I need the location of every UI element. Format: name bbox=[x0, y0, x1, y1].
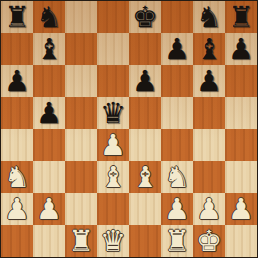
square-d8[interactable] bbox=[97, 1, 129, 33]
piece-white-rook[interactable]: ♜ bbox=[164, 225, 190, 257]
square-h5[interactable] bbox=[225, 97, 257, 129]
square-c8[interactable] bbox=[65, 1, 97, 33]
chessboard-frame: ♜♞♚♞♜♝♟♝♟♟♟♟♟♛♟♞♝♝♞♟♟♟♟♟♜♛♜♚ bbox=[0, 0, 258, 258]
square-g2[interactable]: ♟ bbox=[193, 193, 225, 225]
square-f1[interactable]: ♜ bbox=[161, 225, 193, 257]
piece-black-rook[interactable]: ♜ bbox=[228, 1, 254, 33]
square-d1[interactable]: ♛ bbox=[97, 225, 129, 257]
square-c5[interactable] bbox=[65, 97, 97, 129]
square-c3[interactable] bbox=[65, 161, 97, 193]
piece-white-pawn[interactable]: ♟ bbox=[196, 193, 222, 225]
piece-white-bishop[interactable]: ♝ bbox=[100, 161, 126, 193]
piece-white-pawn[interactable]: ♟ bbox=[4, 193, 30, 225]
square-b8[interactable]: ♞ bbox=[33, 1, 65, 33]
square-g4[interactable] bbox=[193, 129, 225, 161]
piece-black-bishop[interactable]: ♝ bbox=[36, 33, 62, 65]
piece-black-pawn[interactable]: ♟ bbox=[4, 65, 30, 97]
piece-black-pawn[interactable]: ♟ bbox=[196, 65, 222, 97]
square-c1[interactable]: ♜ bbox=[65, 225, 97, 257]
piece-white-knight[interactable]: ♞ bbox=[4, 161, 30, 193]
square-g8[interactable]: ♞ bbox=[193, 1, 225, 33]
square-h4[interactable] bbox=[225, 129, 257, 161]
square-c7[interactable] bbox=[65, 33, 97, 65]
square-a7[interactable] bbox=[1, 33, 33, 65]
square-b6[interactable] bbox=[33, 65, 65, 97]
piece-black-pawn[interactable]: ♟ bbox=[228, 33, 254, 65]
piece-black-queen[interactable]: ♛ bbox=[100, 97, 126, 129]
square-h2[interactable]: ♟ bbox=[225, 193, 257, 225]
piece-black-pawn[interactable]: ♟ bbox=[164, 33, 190, 65]
square-f3[interactable]: ♞ bbox=[161, 161, 193, 193]
piece-black-king[interactable]: ♚ bbox=[132, 1, 158, 33]
piece-black-pawn[interactable]: ♟ bbox=[36, 97, 62, 129]
square-e7[interactable] bbox=[129, 33, 161, 65]
square-a3[interactable]: ♞ bbox=[1, 161, 33, 193]
square-a2[interactable]: ♟ bbox=[1, 193, 33, 225]
square-h6[interactable] bbox=[225, 65, 257, 97]
piece-white-pawn[interactable]: ♟ bbox=[36, 193, 62, 225]
square-b4[interactable] bbox=[33, 129, 65, 161]
square-e1[interactable] bbox=[129, 225, 161, 257]
square-f4[interactable] bbox=[161, 129, 193, 161]
square-g1[interactable]: ♚ bbox=[193, 225, 225, 257]
square-d6[interactable] bbox=[97, 65, 129, 97]
square-d4[interactable]: ♟ bbox=[97, 129, 129, 161]
piece-white-king[interactable]: ♚ bbox=[196, 225, 222, 257]
square-e4[interactable] bbox=[129, 129, 161, 161]
piece-black-rook[interactable]: ♜ bbox=[4, 1, 30, 33]
square-e2[interactable] bbox=[129, 193, 161, 225]
piece-black-pawn[interactable]: ♟ bbox=[132, 65, 158, 97]
square-h8[interactable]: ♜ bbox=[225, 1, 257, 33]
piece-white-queen[interactable]: ♛ bbox=[100, 225, 126, 257]
piece-white-pawn[interactable]: ♟ bbox=[228, 193, 254, 225]
square-b7[interactable]: ♝ bbox=[33, 33, 65, 65]
square-a4[interactable] bbox=[1, 129, 33, 161]
square-g3[interactable] bbox=[193, 161, 225, 193]
square-f2[interactable]: ♟ bbox=[161, 193, 193, 225]
square-h1[interactable] bbox=[225, 225, 257, 257]
piece-black-bishop[interactable]: ♝ bbox=[196, 33, 222, 65]
square-h7[interactable]: ♟ bbox=[225, 33, 257, 65]
square-d7[interactable] bbox=[97, 33, 129, 65]
square-b5[interactable]: ♟ bbox=[33, 97, 65, 129]
square-b2[interactable]: ♟ bbox=[33, 193, 65, 225]
square-f7[interactable]: ♟ bbox=[161, 33, 193, 65]
square-c2[interactable] bbox=[65, 193, 97, 225]
square-g5[interactable] bbox=[193, 97, 225, 129]
piece-black-knight[interactable]: ♞ bbox=[196, 1, 222, 33]
piece-white-knight[interactable]: ♞ bbox=[164, 161, 190, 193]
square-g7[interactable]: ♝ bbox=[193, 33, 225, 65]
chess-board: ♜♞♚♞♜♝♟♝♟♟♟♟♟♛♟♞♝♝♞♟♟♟♟♟♜♛♜♚ bbox=[1, 1, 257, 257]
square-a8[interactable]: ♜ bbox=[1, 1, 33, 33]
piece-white-pawn[interactable]: ♟ bbox=[100, 129, 126, 161]
square-g6[interactable]: ♟ bbox=[193, 65, 225, 97]
square-d3[interactable]: ♝ bbox=[97, 161, 129, 193]
square-e3[interactable]: ♝ bbox=[129, 161, 161, 193]
piece-white-rook[interactable]: ♜ bbox=[68, 225, 94, 257]
square-b3[interactable] bbox=[33, 161, 65, 193]
square-c4[interactable] bbox=[65, 129, 97, 161]
square-e6[interactable]: ♟ bbox=[129, 65, 161, 97]
square-b1[interactable] bbox=[33, 225, 65, 257]
square-f6[interactable] bbox=[161, 65, 193, 97]
square-a1[interactable] bbox=[1, 225, 33, 257]
square-h3[interactable] bbox=[225, 161, 257, 193]
square-a6[interactable]: ♟ bbox=[1, 65, 33, 97]
square-e8[interactable]: ♚ bbox=[129, 1, 161, 33]
square-c6[interactable] bbox=[65, 65, 97, 97]
piece-white-bishop[interactable]: ♝ bbox=[132, 161, 158, 193]
square-a5[interactable] bbox=[1, 97, 33, 129]
square-f5[interactable] bbox=[161, 97, 193, 129]
square-d2[interactable] bbox=[97, 193, 129, 225]
square-d5[interactable]: ♛ bbox=[97, 97, 129, 129]
square-e5[interactable] bbox=[129, 97, 161, 129]
piece-black-knight[interactable]: ♞ bbox=[36, 1, 62, 33]
square-f8[interactable] bbox=[161, 1, 193, 33]
piece-white-pawn[interactable]: ♟ bbox=[164, 193, 190, 225]
